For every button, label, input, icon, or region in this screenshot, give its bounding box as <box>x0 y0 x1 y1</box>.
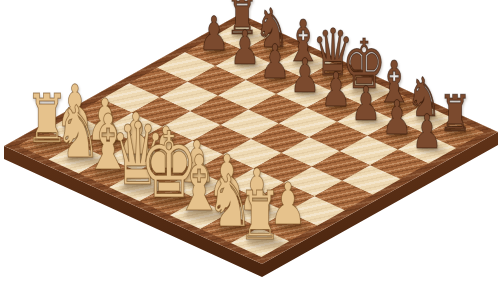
piece-black-pawn-h7[interactable]: ♟ <box>412 107 442 154</box>
piece-black-pawn-d7[interactable]: ♟ <box>290 52 320 99</box>
piece-black-pawn-b7[interactable]: ♟ <box>229 24 259 71</box>
piece-black-pawn-g7[interactable]: ♟ <box>381 93 411 140</box>
piece-black-pawn-c7[interactable]: ♟ <box>260 38 290 85</box>
piece-black-pawn-e7[interactable]: ♟ <box>321 66 351 113</box>
chess-set-photo: ♜♞♟♝♟♛♟♚♟♝♟♞♟♟♜♟♟♜♟♟♞♟♝♟♛♟♚♟♝♟♞♜ <box>0 0 500 282</box>
piece-black-pawn-f7[interactable]: ♟ <box>351 79 381 126</box>
piece-black-rook-h8[interactable]: ♜ <box>439 89 472 139</box>
piece-black-pawn-a7[interactable]: ♟ <box>199 10 229 57</box>
piece-white-rook-h1[interactable]: ♜ <box>238 183 281 250</box>
